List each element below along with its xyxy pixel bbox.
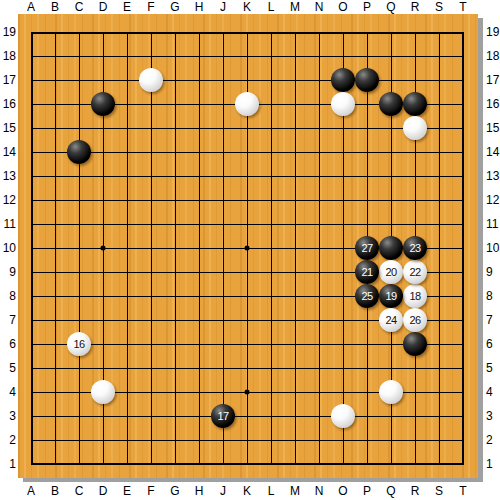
- stone-white-O3[interactable]: [331, 404, 355, 428]
- coordinate-label-left-17: 17: [0, 68, 16, 92]
- coordinate-label-top-N: N: [307, 0, 331, 14]
- coordinate-label-left-16: 16: [0, 92, 16, 116]
- coordinate-label-bottom-K: K: [235, 483, 259, 499]
- coordinate-label-top-Q: Q: [379, 0, 403, 14]
- coordinate-label-left-12: 12: [0, 188, 16, 212]
- coordinate-label-left-8: 8: [0, 284, 16, 308]
- coordinate-label-bottom-F: F: [139, 483, 163, 499]
- stone-black-J3[interactable]: 17: [211, 404, 235, 428]
- grid-line-horizontal: [31, 416, 464, 417]
- stone-black-Q16[interactable]: [379, 92, 403, 116]
- coordinate-label-left-1: 1: [0, 452, 16, 476]
- coordinate-label-bottom-Q: Q: [379, 483, 403, 499]
- move-number-label: 27: [361, 243, 372, 254]
- coordinate-label-right-13: 13: [486, 164, 500, 188]
- coordinate-label-bottom-E: E: [115, 483, 139, 499]
- coordinate-label-right-3: 3: [486, 404, 500, 428]
- coordinate-label-top-R: R: [403, 0, 427, 14]
- move-number-label: 17: [217, 411, 228, 422]
- coordinate-label-top-K: K: [235, 0, 259, 14]
- coordinate-label-bottom-P: P: [355, 483, 379, 499]
- stone-black-Q8[interactable]: 19: [379, 284, 403, 308]
- stone-black-R6[interactable]: [403, 332, 427, 356]
- move-number-label: 19: [385, 291, 396, 302]
- coordinate-label-left-6: 6: [0, 332, 16, 356]
- coordinate-label-left-10: 10: [0, 236, 16, 260]
- coordinate-label-right-19: 19: [486, 20, 500, 44]
- grid-line-vertical: [295, 32, 296, 465]
- coordinate-label-bottom-R: R: [403, 483, 427, 499]
- board-grid[interactable]: 161718192021222324252627: [31, 32, 464, 465]
- stone-white-K16[interactable]: [235, 92, 259, 116]
- coordinate-label-bottom-J: J: [211, 483, 235, 499]
- stone-black-D16[interactable]: [91, 92, 115, 116]
- coordinate-label-left-13: 13: [0, 164, 16, 188]
- coordinate-label-right-1: 1: [486, 452, 500, 476]
- move-number-label: 16: [73, 339, 84, 350]
- coordinate-label-left-7: 7: [0, 308, 16, 332]
- move-number-label: 26: [409, 315, 420, 326]
- stone-black-P8[interactable]: 25: [355, 284, 379, 308]
- coordinate-label-left-15: 15: [0, 116, 16, 140]
- grid-line-horizontal: [31, 344, 464, 345]
- coordinate-label-right-14: 14: [486, 140, 500, 164]
- grid-line-horizontal: [31, 368, 464, 369]
- coordinate-label-bottom-S: S: [427, 483, 451, 499]
- coordinate-label-bottom-N: N: [307, 483, 331, 499]
- coordinate-label-left-14: 14: [0, 140, 16, 164]
- coordinate-label-right-2: 2: [486, 428, 500, 452]
- star-point-K10: [245, 246, 250, 251]
- coordinate-label-left-11: 11: [0, 212, 16, 236]
- grid-line-horizontal: [31, 440, 464, 441]
- stone-black-O17[interactable]: [331, 68, 355, 92]
- coordinate-label-left-2: 2: [0, 428, 16, 452]
- stone-white-R15[interactable]: [403, 116, 427, 140]
- go-kifu-diagram: ABCDEFGHJKLMNOPQRST ABCDEFGHJKLMNOPQRST …: [0, 0, 500, 500]
- coordinate-label-right-17: 17: [486, 68, 500, 92]
- star-point-D10: [101, 246, 106, 251]
- move-number-label: 18: [409, 291, 420, 302]
- coordinate-label-right-11: 11: [486, 212, 500, 236]
- coordinate-label-right-4: 4: [486, 380, 500, 404]
- stone-black-R10[interactable]: 23: [403, 236, 427, 260]
- stone-white-O16[interactable]: [331, 92, 355, 116]
- stone-white-F17[interactable]: [139, 68, 163, 92]
- coordinate-label-right-15: 15: [486, 116, 500, 140]
- grid-line-vertical: [462, 32, 464, 465]
- coordinate-label-top-H: H: [187, 0, 211, 14]
- coordinate-label-right-12: 12: [486, 188, 500, 212]
- go-board[interactable]: 161718192021222324252627: [18, 14, 478, 478]
- coordinate-label-top-C: C: [67, 0, 91, 14]
- coordinate-label-left-5: 5: [0, 356, 16, 380]
- stone-black-P9[interactable]: 21: [355, 260, 379, 284]
- move-number-label: 21: [361, 267, 372, 278]
- coordinate-label-top-G: G: [163, 0, 187, 14]
- coordinate-label-right-10: 10: [486, 236, 500, 260]
- coordinate-label-top-P: P: [355, 0, 379, 14]
- coordinate-label-right-18: 18: [486, 44, 500, 68]
- coordinate-label-right-8: 8: [486, 284, 500, 308]
- coordinate-label-bottom-A: A: [19, 483, 43, 499]
- star-point-K4: [245, 390, 250, 395]
- coordinate-label-top-M: M: [283, 0, 307, 14]
- coordinate-label-top-F: F: [139, 0, 163, 14]
- grid-line-vertical: [271, 32, 272, 465]
- stone-black-Q10[interactable]: [379, 236, 403, 260]
- coordinate-label-bottom-M: M: [283, 483, 307, 499]
- coordinate-label-bottom-L: L: [259, 483, 283, 499]
- coordinate-label-top-O: O: [331, 0, 355, 14]
- stone-white-Q4[interactable]: [379, 380, 403, 404]
- move-number-label: 25: [361, 291, 372, 302]
- coordinate-label-top-J: J: [211, 0, 235, 14]
- coordinate-label-left-18: 18: [0, 44, 16, 68]
- coordinate-label-bottom-B: B: [43, 483, 67, 499]
- stone-black-R16[interactable]: [403, 92, 427, 116]
- grid-line-horizontal: [31, 463, 464, 465]
- coordinate-label-bottom-C: C: [67, 483, 91, 499]
- coordinate-label-top-A: A: [19, 0, 43, 14]
- coordinate-label-top-T: T: [451, 0, 475, 14]
- coordinate-label-right-16: 16: [486, 92, 500, 116]
- stone-black-P10[interactable]: 27: [355, 236, 379, 260]
- stone-white-C6[interactable]: 16: [67, 332, 91, 356]
- stone-black-C14[interactable]: [67, 140, 91, 164]
- coordinate-label-bottom-G: G: [163, 483, 187, 499]
- coordinate-label-right-6: 6: [486, 332, 500, 356]
- move-number-label: 20: [385, 267, 396, 278]
- grid-line-vertical: [439, 32, 440, 465]
- coordinate-label-top-S: S: [427, 0, 451, 14]
- stone-white-Q9[interactable]: 20: [379, 260, 403, 284]
- coordinate-label-top-D: D: [91, 0, 115, 14]
- stone-white-Q7[interactable]: 24: [379, 308, 403, 332]
- grid-line-vertical: [319, 32, 320, 465]
- stone-white-R8[interactable]: 18: [403, 284, 427, 308]
- coordinate-label-left-4: 4: [0, 380, 16, 404]
- coordinate-label-top-L: L: [259, 0, 283, 14]
- coordinate-label-bottom-O: O: [331, 483, 355, 499]
- coordinate-label-top-E: E: [115, 0, 139, 14]
- coordinate-label-right-5: 5: [486, 356, 500, 380]
- move-number-label: 24: [385, 315, 396, 326]
- coordinate-label-bottom-H: H: [187, 483, 211, 499]
- stone-white-R7[interactable]: 26: [403, 308, 427, 332]
- coordinate-label-bottom-D: D: [91, 483, 115, 499]
- move-number-label: 22: [409, 267, 420, 278]
- coordinate-label-bottom-T: T: [451, 483, 475, 499]
- coordinate-label-left-9: 9: [0, 260, 16, 284]
- stone-white-R9[interactable]: 22: [403, 260, 427, 284]
- coordinate-label-left-3: 3: [0, 404, 16, 428]
- move-number-label: 23: [409, 243, 420, 254]
- coordinate-label-right-7: 7: [486, 308, 500, 332]
- coordinate-label-left-19: 19: [0, 20, 16, 44]
- stone-black-P17[interactable]: [355, 68, 379, 92]
- coordinate-label-top-B: B: [43, 0, 67, 14]
- coordinate-label-right-9: 9: [486, 260, 500, 284]
- stone-white-D4[interactable]: [91, 380, 115, 404]
